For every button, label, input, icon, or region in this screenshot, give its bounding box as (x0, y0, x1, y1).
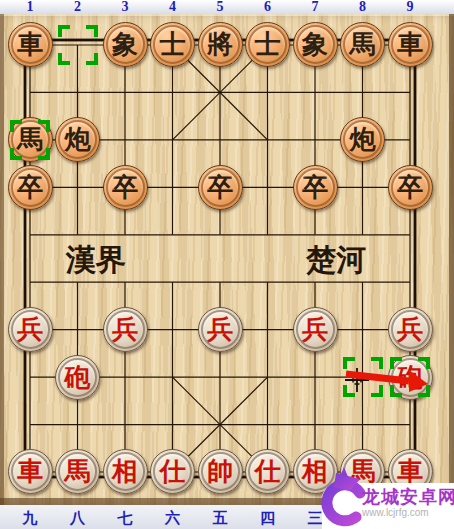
board-point-6-3[interactable] (244, 164, 292, 211)
piece-red-elephant[interactable]: 相 (103, 449, 148, 494)
board-point-9-3[interactable]: 卒 (386, 164, 434, 211)
board-point-7-5[interactable] (291, 258, 339, 305)
board-point-3-6[interactable]: 兵 (101, 306, 149, 353)
board-point-5-7[interactable] (196, 353, 244, 400)
piece-black-advisor[interactable]: 士 (150, 22, 195, 67)
board-point-8-7[interactable] (339, 353, 387, 400)
board-point-7-3[interactable]: 卒 (291, 164, 339, 211)
piece-black-soldier[interactable]: 卒 (103, 165, 148, 210)
file-label-bottom-1: 九 (6, 505, 54, 529)
piece-black-horse[interactable]: 馬 (340, 22, 385, 67)
board-point-1-7[interactable] (6, 353, 54, 400)
board-point-4-0[interactable]: 士 (149, 21, 197, 68)
piece-red-advisor[interactable]: 仕 (150, 449, 195, 494)
board-point-9-8[interactable] (386, 401, 434, 448)
board-point-4-6[interactable] (149, 306, 197, 353)
board-point-3-5[interactable] (101, 258, 149, 305)
board-point-8-1[interactable] (339, 69, 387, 116)
board-point-1-2[interactable]: 馬 (6, 116, 54, 163)
board-point-5-9[interactable]: 帥 (196, 448, 244, 495)
piece-red-cannon[interactable]: 砲 (55, 355, 100, 400)
board-point-5-3[interactable]: 卒 (196, 164, 244, 211)
board-point-2-4[interactable] (54, 211, 102, 258)
piece-black-soldier[interactable]: 卒 (198, 165, 243, 210)
watermark-site-name: 龙城安卓网 (362, 487, 452, 507)
board-point-9-5[interactable] (386, 258, 434, 305)
piece-black-advisor[interactable]: 士 (245, 22, 290, 67)
board-point-8-2[interactable]: 炮 (339, 116, 387, 163)
board-point-2-3[interactable] (54, 164, 102, 211)
file-label-bottom-3: 七 (101, 505, 149, 529)
board-point-8-0[interactable]: 馬 (339, 21, 387, 68)
file-label-top-2: 2 (54, 0, 102, 14)
board-point-6-9[interactable]: 仕 (244, 448, 292, 495)
file-label-bottom-5: 五 (196, 505, 244, 529)
board-point-1-0[interactable]: 車 (6, 21, 54, 68)
board-point-6-4[interactable] (244, 211, 292, 258)
board-point-4-9[interactable]: 仕 (149, 448, 197, 495)
piece-black-chariot[interactable]: 車 (8, 22, 53, 67)
board-point-6-6[interactable] (244, 306, 292, 353)
board-point-9-1[interactable] (386, 69, 434, 116)
xiangqi-app-screen: 123456789 (0, 0, 454, 529)
piece-black-soldier[interactable]: 卒 (8, 165, 53, 210)
piece-red-horse[interactable]: 馬 (55, 449, 100, 494)
board-point-1-8[interactable] (6, 401, 54, 448)
piece-red-chariot[interactable]: 車 (8, 449, 53, 494)
board-point-7-2[interactable] (291, 116, 339, 163)
piece-red-soldier[interactable]: 兵 (8, 307, 53, 352)
board-point-1-9[interactable]: 車 (6, 448, 54, 495)
piece-red-soldier[interactable]: 兵 (103, 307, 148, 352)
board-point-1-5[interactable] (6, 258, 54, 305)
board-point-1-1[interactable] (6, 69, 54, 116)
board-point-2-6[interactable] (54, 306, 102, 353)
board-point-1-6[interactable]: 兵 (6, 306, 54, 353)
file-label-top-9: 9 (386, 0, 434, 14)
file-label-top-5: 5 (196, 0, 244, 14)
board-point-6-8[interactable] (244, 401, 292, 448)
board-point-3-0[interactable]: 象 (101, 21, 149, 68)
xiangqi-board[interactable]: 漢界 楚河 車象士將士象馬車馬炮炮卒卒卒卒卒兵兵兵兵兵砲砲車馬相仕帥仕相馬車 (0, 14, 454, 505)
board-point-4-3[interactable] (149, 164, 197, 211)
board-point-4-5[interactable] (149, 258, 197, 305)
board-point-2-2[interactable]: 炮 (54, 116, 102, 163)
file-label-top-3: 3 (101, 0, 149, 14)
file-label-bottom-4: 六 (149, 505, 197, 529)
piece-red-soldier[interactable]: 兵 (388, 307, 433, 352)
piece-red-soldier[interactable]: 兵 (293, 307, 338, 352)
board-point-6-2[interactable] (244, 116, 292, 163)
board-point-8-5[interactable] (339, 258, 387, 305)
board-point-2-5[interactable] (54, 258, 102, 305)
board-point-1-3[interactable]: 卒 (6, 164, 54, 211)
board-point-7-6[interactable]: 兵 (291, 306, 339, 353)
file-label-top-4: 4 (149, 0, 197, 14)
board-point-8-4[interactable] (339, 211, 387, 258)
board-point-7-1[interactable] (291, 69, 339, 116)
board-point-5-4[interactable] (196, 211, 244, 258)
board-point-2-0[interactable] (54, 21, 102, 68)
board-point-9-7[interactable]: 砲 (386, 353, 434, 400)
board-point-6-5[interactable] (244, 258, 292, 305)
board-point-3-3[interactable]: 卒 (101, 164, 149, 211)
piece-red-advisor[interactable]: 仕 (245, 449, 290, 494)
piece-black-horse[interactable]: 馬 (8, 117, 53, 162)
board-point-4-8[interactable] (149, 401, 197, 448)
board-point-5-2[interactable] (196, 116, 244, 163)
board-point-4-7[interactable] (149, 353, 197, 400)
board-point-3-8[interactable] (101, 401, 149, 448)
board-point-5-1[interactable] (196, 69, 244, 116)
board-point-5-8[interactable] (196, 401, 244, 448)
board-point-3-9[interactable]: 相 (101, 448, 149, 495)
board-point-4-1[interactable] (149, 69, 197, 116)
board-point-6-1[interactable] (244, 69, 292, 116)
file-label-bottom-2: 八 (54, 505, 102, 529)
board-point-9-0[interactable]: 車 (386, 21, 434, 68)
board-point-6-0[interactable]: 士 (244, 21, 292, 68)
board-point-1-4[interactable] (6, 211, 54, 258)
top-file-numbers: 123456789 (0, 0, 454, 14)
board-point-2-8[interactable] (54, 401, 102, 448)
file-label-top-6: 6 (244, 0, 292, 14)
piece-black-chariot[interactable]: 車 (388, 22, 433, 67)
pieces-grid: 車象士將士象馬車馬炮炮卒卒卒卒卒兵兵兵兵兵砲砲車馬相仕帥仕相馬車 (6, 21, 434, 495)
board-point-8-3[interactable] (339, 164, 387, 211)
board-point-7-7[interactable] (291, 353, 339, 400)
piece-red-cannon[interactable]: 砲 (388, 355, 433, 400)
board-point-4-4[interactable] (149, 211, 197, 258)
board-point-7-8[interactable] (291, 401, 339, 448)
piece-black-general[interactable]: 將 (198, 22, 243, 67)
board-point-9-6[interactable]: 兵 (386, 306, 434, 353)
board-point-3-1[interactable] (101, 69, 149, 116)
watermark-url: www.lcjrfg.com (362, 507, 452, 519)
file-label-bottom-6: 四 (244, 505, 292, 529)
piece-black-cannon[interactable]: 炮 (55, 117, 100, 162)
board-point-9-2[interactable] (386, 116, 434, 163)
board-point-3-2[interactable] (101, 116, 149, 163)
board-point-4-2[interactable] (149, 116, 197, 163)
board-point-6-7[interactable] (244, 353, 292, 400)
board-point-5-0[interactable]: 將 (196, 21, 244, 68)
board-point-2-7[interactable]: 砲 (54, 353, 102, 400)
watermark: 龙城安卓网 www.lcjrfg.com (322, 483, 454, 529)
board-point-7-0[interactable]: 象 (291, 21, 339, 68)
board-point-5-6[interactable]: 兵 (196, 306, 244, 353)
piece-red-soldier[interactable]: 兵 (198, 307, 243, 352)
piece-black-cannon[interactable]: 炮 (340, 117, 385, 162)
board-point-2-1[interactable] (54, 69, 102, 116)
board-point-2-9[interactable]: 馬 (54, 448, 102, 495)
board-point-9-4[interactable] (386, 211, 434, 258)
file-label-top-1: 1 (6, 0, 54, 14)
board-point-5-5[interactable] (196, 258, 244, 305)
piece-black-soldier[interactable]: 卒 (293, 165, 338, 210)
piece-black-soldier[interactable]: 卒 (388, 165, 433, 210)
board-point-8-6[interactable] (339, 306, 387, 353)
board-point-3-7[interactable] (101, 353, 149, 400)
top-file-numbers-grid: 123456789 (6, 0, 434, 14)
piece-red-general[interactable]: 帥 (198, 449, 243, 494)
board-point-8-8[interactable] (339, 401, 387, 448)
board-point-3-4[interactable] (101, 211, 149, 258)
board-point-7-4[interactable] (291, 211, 339, 258)
piece-black-elephant[interactable]: 象 (103, 22, 148, 67)
piece-black-elephant[interactable]: 象 (293, 22, 338, 67)
file-label-top-7: 7 (291, 0, 339, 14)
watermark-text: 龙城安卓网 www.lcjrfg.com (362, 487, 452, 519)
file-label-top-8: 8 (339, 0, 387, 14)
